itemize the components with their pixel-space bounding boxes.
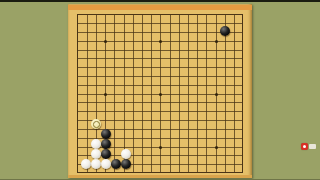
- white-stone-last-move: [91, 119, 101, 129]
- watermark-chip: [309, 144, 316, 149]
- watermark: [301, 142, 316, 150]
- top-letterbox-bar: [0, 0, 320, 2]
- bottom-letterbox-bar: [0, 179, 320, 180]
- white-stone: [121, 149, 131, 159]
- black-stone: [121, 159, 131, 169]
- white-stone: [91, 139, 101, 149]
- go-board[interactable]: [68, 4, 252, 178]
- black-stone: [101, 149, 111, 159]
- last-move-marker-icon: [93, 121, 100, 128]
- white-stone: [101, 159, 111, 169]
- black-stone: [101, 129, 111, 139]
- white-stone: [91, 159, 101, 169]
- record-badge-icon: [301, 143, 308, 150]
- black-stone: [101, 139, 111, 149]
- black-stone: [220, 26, 230, 36]
- video-frame: [0, 0, 320, 180]
- black-stone: [111, 159, 121, 169]
- white-stone: [81, 159, 91, 169]
- white-stone: [91, 149, 101, 159]
- stones-layer: [72, 9, 247, 177]
